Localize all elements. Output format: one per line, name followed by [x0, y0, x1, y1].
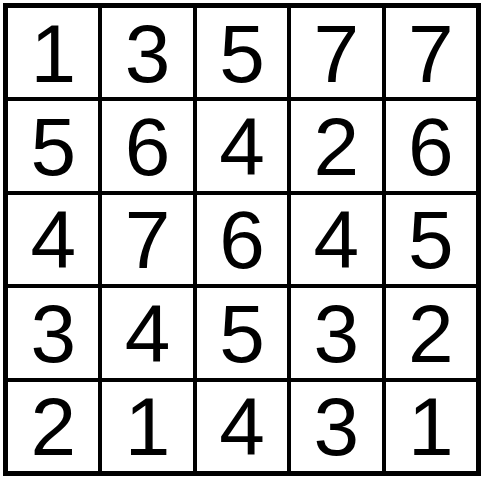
- grid-cell-r1c1: 1: [8, 8, 98, 97]
- grid-cell-r3c3: 6: [197, 195, 287, 284]
- grid-cell-r4c2: 4: [102, 288, 192, 377]
- grid-cell-r3c2: 7: [102, 195, 192, 284]
- grid-cell-r4c4: 3: [291, 288, 381, 377]
- grid-cell-r4c1: 3: [8, 288, 98, 377]
- grid-cell-r5c3: 4: [197, 382, 287, 471]
- grid-cell-r2c3: 4: [197, 101, 287, 190]
- grid-cell-r1c4: 7: [291, 8, 381, 97]
- number-grid-board: 1357756426476453453221431: [3, 3, 481, 476]
- grid-cell-r1c5: 7: [386, 8, 476, 97]
- grid-cell-r5c2: 1: [102, 382, 192, 471]
- grid-cell-r4c3: 5: [197, 288, 287, 377]
- grid-cell-r3c4: 4: [291, 195, 381, 284]
- grid-cell-r1c2: 3: [102, 8, 192, 97]
- grid-cell-r2c5: 6: [386, 101, 476, 190]
- page: 1357756426476453453221431: [0, 0, 485, 481]
- grid-cell-r2c1: 5: [8, 101, 98, 190]
- grid-cell-r5c1: 2: [8, 382, 98, 471]
- grid-cell-r4c5: 2: [386, 288, 476, 377]
- grid-cell-r2c4: 2: [291, 101, 381, 190]
- grid-cell-r3c1: 4: [8, 195, 98, 284]
- grid-cell-r5c4: 3: [291, 382, 381, 471]
- grid-cell-r5c5: 1: [386, 382, 476, 471]
- grid-cell-r2c2: 6: [102, 101, 192, 190]
- grid-cell-r3c5: 5: [386, 195, 476, 284]
- grid-cell-r1c3: 5: [197, 8, 287, 97]
